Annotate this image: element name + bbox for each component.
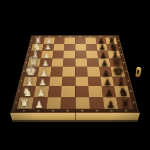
board-square [50, 67, 63, 77]
board-square [64, 44, 75, 51]
board-square [61, 86, 75, 97]
chess-board: ♜♟♟♜♞♟♟♞♝♟♟♝♛♟♟♛♚♟♟♚♝♟♟♝♞♟♟♞♜♟♟♜ [11, 35, 139, 113]
black-pawn-piece: ♟ [102, 69, 110, 77]
white-pawn-piece: ♟ [34, 100, 43, 110]
board-square: ♜ [116, 97, 133, 109]
board-square [51, 58, 63, 66]
border-dots-bottom [16, 109, 134, 113]
board-square [75, 67, 88, 77]
photo-scene: ♜♟♟♜♞♟♟♞♝♟♟♝♛♟♟♛♚♟♟♚♝♟♟♝♞♟♟♞♜♟♟♜ [0, 0, 150, 150]
board-square [75, 51, 86, 58]
board-square [75, 44, 86, 51]
board-border-frame: ♜♟♟♜♞♟♟♞♝♟♟♝♛♟♟♛♚♟♟♚♝♟♟♝♞♟♟♞♜♟♟♜ [11, 35, 139, 113]
black-pawn-piece: ♟ [107, 100, 116, 110]
black-pawn-piece: ♟ [104, 78, 112, 87]
board-square: ♟ [101, 86, 116, 97]
white-pawn-piece: ♟ [36, 88, 44, 97]
white-pawn-piece: ♟ [40, 69, 48, 77]
board-square [88, 76, 102, 86]
board-square [64, 51, 75, 58]
board-square [89, 97, 104, 109]
white-rook-piece: ♜ [19, 98, 30, 110]
board-square: ♟ [34, 86, 49, 97]
board-square [47, 86, 61, 97]
board-square [62, 76, 75, 86]
board-square [75, 76, 88, 86]
board-square: ♟ [32, 97, 48, 109]
black-rook-piece: ♜ [120, 98, 131, 110]
board-square [88, 86, 102, 97]
board-square [49, 76, 63, 86]
board-square: ♜ [17, 97, 34, 109]
board-grid: ♜♟♟♜♞♟♟♞♝♟♟♝♛♟♟♛♚♟♟♚♝♟♟♝♞♟♟♞♜♟♟♜ [17, 38, 133, 109]
board-square [46, 97, 61, 109]
board-square [75, 86, 89, 97]
board-square [75, 58, 87, 66]
board-square [86, 51, 98, 58]
brass-latch [135, 67, 141, 78]
board-square [75, 97, 89, 109]
latch-hole [137, 70, 140, 74]
white-pawn-piece: ♟ [42, 59, 49, 67]
board-square [63, 58, 75, 66]
white-pawn-piece: ♟ [38, 78, 46, 87]
board-square: ♞ [20, 86, 36, 97]
board-square [61, 97, 75, 109]
case-bottom-shadow [10, 120, 140, 122]
black-pawn-piece: ♟ [105, 88, 113, 97]
board-square: ♟ [100, 76, 114, 86]
board-square [52, 51, 64, 58]
board-square: ♟ [36, 76, 50, 86]
case-side-panel [10, 113, 140, 122]
board-square [62, 67, 75, 77]
case-fold-seam [75, 113, 76, 120]
black-pawn-piece: ♟ [101, 59, 108, 67]
board-square [53, 44, 64, 51]
board-square: ♞ [114, 86, 130, 97]
